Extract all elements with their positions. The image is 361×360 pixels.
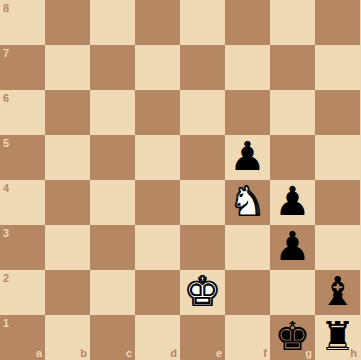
square-b6[interactable] — [45, 90, 90, 135]
square-d8[interactable] — [135, 0, 180, 45]
square-b7[interactable] — [45, 45, 90, 90]
square-a7[interactable]: 7 — [0, 45, 45, 90]
square-d2[interactable] — [135, 270, 180, 315]
square-e4[interactable] — [180, 180, 225, 225]
black-rook[interactable]: ♜ — [320, 314, 356, 359]
square-g5[interactable] — [270, 135, 315, 180]
square-e6[interactable] — [180, 90, 225, 135]
rank-label-1: 1 — [3, 317, 9, 329]
square-f6[interactable] — [225, 90, 270, 135]
square-a3[interactable]: 3 — [0, 225, 45, 270]
square-h2[interactable]: ♝ — [315, 270, 360, 315]
square-h7[interactable] — [315, 45, 360, 90]
black-pawn[interactable]: ♟ — [275, 179, 311, 224]
rank-label-8: 8 — [3, 2, 9, 14]
square-f1[interactable]: f — [225, 315, 270, 360]
square-e3[interactable] — [180, 225, 225, 270]
square-h5[interactable] — [315, 135, 360, 180]
square-h8[interactable] — [315, 0, 360, 45]
square-b8[interactable] — [45, 0, 90, 45]
white-king[interactable]: ♚ — [185, 269, 221, 314]
square-b2[interactable] — [45, 270, 90, 315]
square-h3[interactable] — [315, 225, 360, 270]
white-knight[interactable]: ♞ — [230, 179, 266, 224]
rank-label-7: 7 — [3, 47, 9, 59]
square-h6[interactable] — [315, 90, 360, 135]
square-f4[interactable]: ♞ — [225, 180, 270, 225]
square-g3[interactable]: ♟ — [270, 225, 315, 270]
square-f3[interactable] — [225, 225, 270, 270]
square-f2[interactable] — [225, 270, 270, 315]
square-g8[interactable] — [270, 0, 315, 45]
square-a5[interactable]: 5 — [0, 135, 45, 180]
square-e2[interactable]: ♚ — [180, 270, 225, 315]
square-h4[interactable] — [315, 180, 360, 225]
square-a8[interactable]: 8 — [0, 0, 45, 45]
black-pawn[interactable]: ♟ — [230, 134, 266, 179]
square-d5[interactable] — [135, 135, 180, 180]
rank-label-5: 5 — [3, 137, 9, 149]
square-b3[interactable] — [45, 225, 90, 270]
square-a1[interactable]: 1a — [0, 315, 45, 360]
file-label-f: f — [263, 347, 267, 359]
file-label-d: d — [170, 347, 177, 359]
square-e7[interactable] — [180, 45, 225, 90]
square-f7[interactable] — [225, 45, 270, 90]
black-bishop[interactable]: ♝ — [320, 269, 356, 314]
square-a2[interactable]: 2 — [0, 270, 45, 315]
square-g4[interactable]: ♟ — [270, 180, 315, 225]
rank-label-3: 3 — [3, 227, 9, 239]
square-d4[interactable] — [135, 180, 180, 225]
square-h1[interactable]: h♜ — [315, 315, 360, 360]
square-b4[interactable] — [45, 180, 90, 225]
square-e5[interactable] — [180, 135, 225, 180]
square-d7[interactable] — [135, 45, 180, 90]
rank-label-6: 6 — [3, 92, 9, 104]
square-c4[interactable] — [90, 180, 135, 225]
square-c3[interactable] — [90, 225, 135, 270]
square-g7[interactable] — [270, 45, 315, 90]
square-f5[interactable]: ♟ — [225, 135, 270, 180]
square-c6[interactable] — [90, 90, 135, 135]
square-e8[interactable] — [180, 0, 225, 45]
file-label-b: b — [80, 347, 87, 359]
rank-label-4: 4 — [3, 182, 9, 194]
chess-board: 8765♟4♞♟3♟2♚♝1abcdefg♚h♜ — [0, 0, 360, 360]
square-c2[interactable] — [90, 270, 135, 315]
square-a4[interactable]: 4 — [0, 180, 45, 225]
square-g2[interactable] — [270, 270, 315, 315]
square-a6[interactable]: 6 — [0, 90, 45, 135]
black-pawn[interactable]: ♟ — [275, 224, 311, 269]
square-d1[interactable]: d — [135, 315, 180, 360]
file-label-c: c — [126, 347, 132, 359]
file-label-e: e — [216, 347, 222, 359]
square-f8[interactable] — [225, 0, 270, 45]
square-c5[interactable] — [90, 135, 135, 180]
square-d6[interactable] — [135, 90, 180, 135]
file-label-a: a — [36, 347, 42, 359]
rank-label-2: 2 — [3, 272, 9, 284]
square-c8[interactable] — [90, 0, 135, 45]
square-g1[interactable]: g♚ — [270, 315, 315, 360]
square-g6[interactable] — [270, 90, 315, 135]
black-king[interactable]: ♚ — [275, 314, 311, 359]
square-c1[interactable]: c — [90, 315, 135, 360]
square-b5[interactable] — [45, 135, 90, 180]
square-c7[interactable] — [90, 45, 135, 90]
square-d3[interactable] — [135, 225, 180, 270]
square-b1[interactable]: b — [45, 315, 90, 360]
square-e1[interactable]: e — [180, 315, 225, 360]
